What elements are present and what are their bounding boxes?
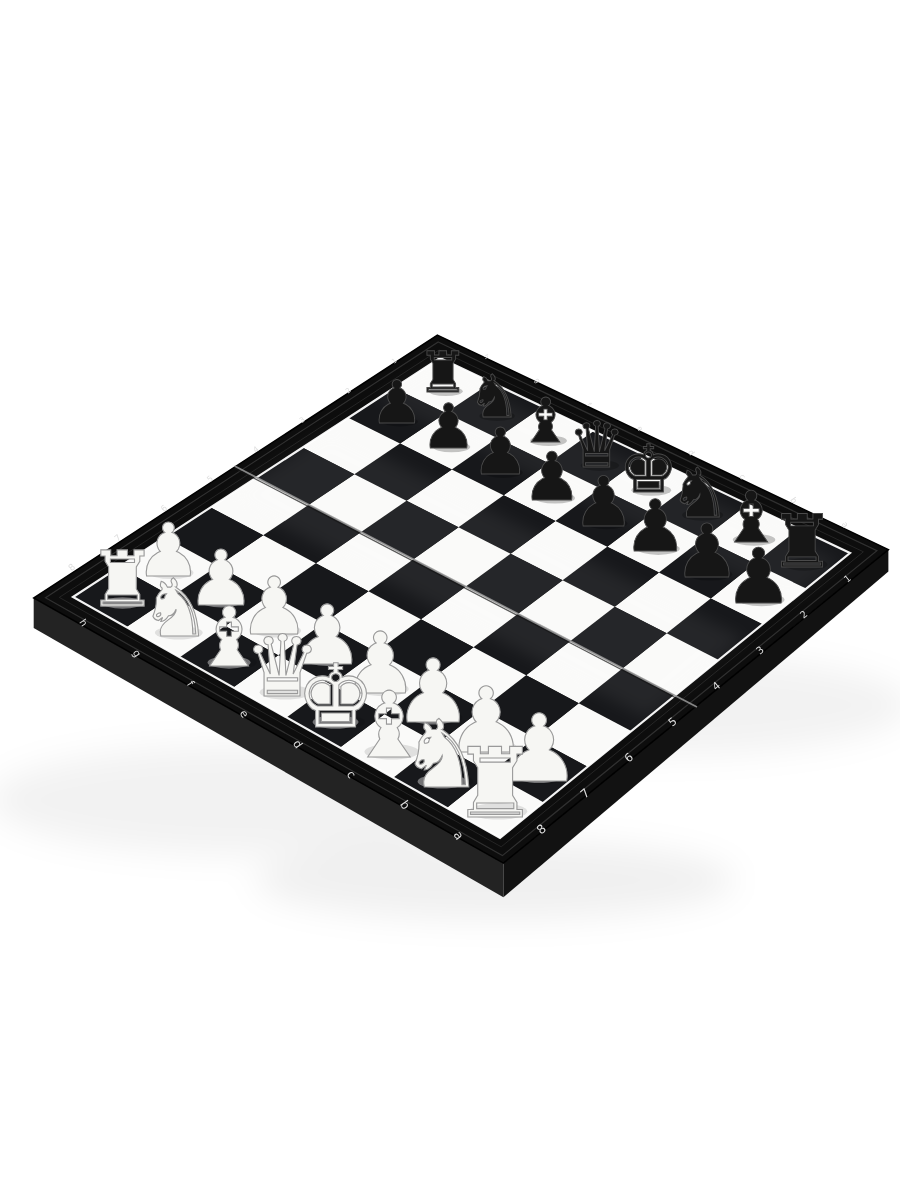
piece-black-pawn-g2[interactable]: ♟ [421, 390, 477, 463]
piece-black-pawn-h2[interactable]: ♟ [370, 368, 423, 437]
piece-black-pawn-a2[interactable]: ♟ [724, 532, 793, 621]
chess-set-photo: aabbccddeeffgghh1122334455667788♜♞♟♝♟♛♟♚… [0, 0, 900, 1200]
piece-black-pawn-f2[interactable]: ♟ [471, 414, 529, 489]
product-photo: aabbccddeeffgghh1122334455667788♜♞♟♝♟♛♟♚… [0, 0, 900, 1200]
piece-white-rook-a8[interactable]: ♜ [452, 727, 539, 840]
